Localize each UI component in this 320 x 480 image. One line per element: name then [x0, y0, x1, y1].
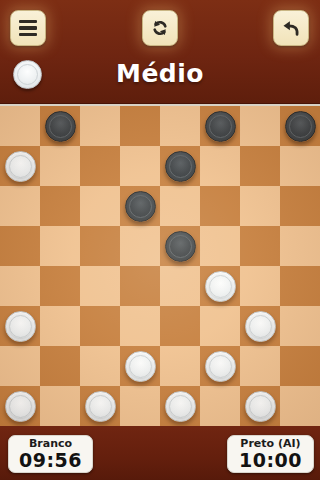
square-r0c5[interactable]	[200, 106, 240, 146]
square-r1c2[interactable]	[80, 146, 120, 186]
black-checker[interactable]	[205, 111, 236, 142]
undo-back-icon	[280, 17, 302, 39]
white-checker[interactable]	[245, 311, 276, 342]
white-clock-panel: Branco 09:56	[8, 435, 93, 473]
black-checker[interactable]	[125, 191, 156, 222]
square-r2c5[interactable]	[200, 186, 240, 226]
white-checker[interactable]	[5, 391, 36, 422]
square-r7c5	[200, 386, 240, 426]
footer-bar: Branco 09:56 Preto (AI) 10:00	[0, 426, 320, 480]
square-r2c4	[160, 186, 200, 226]
square-r6c2	[80, 346, 120, 386]
square-r5c4[interactable]	[160, 306, 200, 346]
square-r4c5[interactable]	[200, 266, 240, 306]
square-r7c3	[120, 386, 160, 426]
square-r1c7	[280, 146, 320, 186]
square-r4c6	[240, 266, 280, 306]
back-button[interactable]	[273, 10, 309, 46]
square-r7c6[interactable]	[240, 386, 280, 426]
square-r0c6	[240, 106, 280, 146]
header-bar: Médio	[0, 0, 320, 104]
square-r4c3[interactable]	[120, 266, 160, 306]
square-r3c6[interactable]	[240, 226, 280, 266]
black-checker[interactable]	[285, 111, 316, 142]
white-checker[interactable]	[125, 351, 156, 382]
square-r6c5[interactable]	[200, 346, 240, 386]
square-r7c1	[40, 386, 80, 426]
square-r1c1	[40, 146, 80, 186]
square-r3c7	[280, 226, 320, 266]
square-r1c5	[200, 146, 240, 186]
square-r4c4	[160, 266, 200, 306]
square-r1c0[interactable]	[0, 146, 40, 186]
square-r3c5	[200, 226, 240, 266]
square-r7c4[interactable]	[160, 386, 200, 426]
square-r6c0	[0, 346, 40, 386]
square-r0c4	[160, 106, 200, 146]
hamburger-menu-icon	[19, 20, 37, 36]
white-checker[interactable]	[5, 311, 36, 342]
square-r2c6	[240, 186, 280, 226]
square-r0c2	[80, 106, 120, 146]
difficulty-title: Médio	[0, 59, 320, 88]
square-r6c3[interactable]	[120, 346, 160, 386]
board	[0, 106, 320, 426]
white-checker[interactable]	[205, 351, 236, 382]
black-clock-time: 10:00	[239, 450, 302, 470]
square-r5c5	[200, 306, 240, 346]
refresh-icon	[149, 17, 171, 39]
square-r4c2	[80, 266, 120, 306]
white-checker[interactable]	[5, 151, 36, 182]
white-checker[interactable]	[205, 271, 236, 302]
square-r5c6[interactable]	[240, 306, 280, 346]
square-r1c4[interactable]	[160, 146, 200, 186]
square-r5c2[interactable]	[80, 306, 120, 346]
black-checker[interactable]	[165, 231, 196, 262]
square-r1c6[interactable]	[240, 146, 280, 186]
square-r5c0[interactable]	[0, 306, 40, 346]
square-r2c2	[80, 186, 120, 226]
white-checker[interactable]	[165, 391, 196, 422]
black-checker[interactable]	[165, 151, 196, 182]
square-r3c3	[120, 226, 160, 266]
square-r7c7	[280, 386, 320, 426]
square-r3c4[interactable]	[160, 226, 200, 266]
square-r7c0[interactable]	[0, 386, 40, 426]
square-r2c0	[0, 186, 40, 226]
square-r0c7[interactable]	[280, 106, 320, 146]
square-r0c3[interactable]	[120, 106, 160, 146]
white-clock-time: 09:56	[19, 450, 82, 470]
square-r6c1[interactable]	[40, 346, 80, 386]
square-r6c4	[160, 346, 200, 386]
square-r4c7[interactable]	[280, 266, 320, 306]
square-r4c0	[0, 266, 40, 306]
square-r2c1[interactable]	[40, 186, 80, 226]
square-r6c6	[240, 346, 280, 386]
square-r3c0[interactable]	[0, 226, 40, 266]
white-checker[interactable]	[245, 391, 276, 422]
square-r7c2[interactable]	[80, 386, 120, 426]
square-r6c7[interactable]	[280, 346, 320, 386]
menu-button[interactable]	[10, 10, 46, 46]
square-r1c3	[120, 146, 160, 186]
square-r0c1[interactable]	[40, 106, 80, 146]
black-checker[interactable]	[45, 111, 76, 142]
square-r5c1	[40, 306, 80, 346]
square-r5c7	[280, 306, 320, 346]
black-clock-panel: Preto (AI) 10:00	[227, 435, 314, 473]
square-r3c2[interactable]	[80, 226, 120, 266]
restart-button[interactable]	[142, 10, 178, 46]
square-r0c0	[0, 106, 40, 146]
white-checker[interactable]	[85, 391, 116, 422]
square-r2c3[interactable]	[120, 186, 160, 226]
square-r4c1[interactable]	[40, 266, 80, 306]
square-r5c3	[120, 306, 160, 346]
square-r3c1	[40, 226, 80, 266]
square-r2c7[interactable]	[280, 186, 320, 226]
